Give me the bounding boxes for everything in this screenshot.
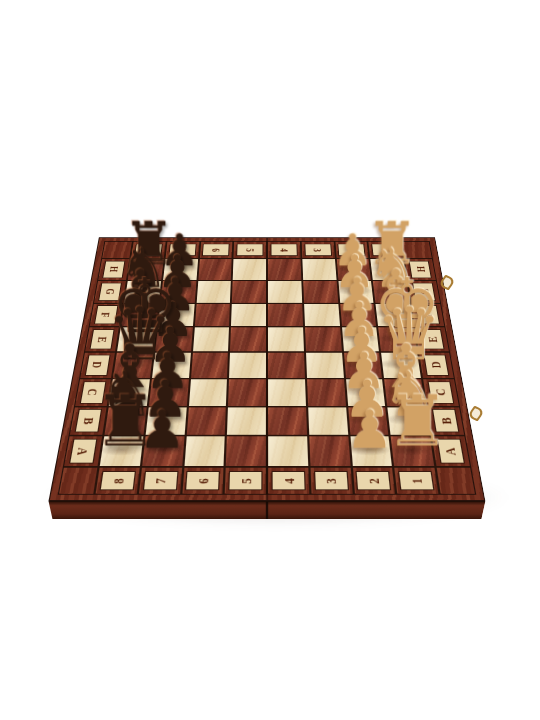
- square-g8: [124, 281, 160, 303]
- square-f4: [268, 304, 303, 327]
- piece-shadow: [142, 414, 188, 426]
- file-label: E: [425, 336, 439, 342]
- square-e4: [268, 328, 304, 352]
- square-h3: [302, 259, 336, 279]
- square-g7: [160, 281, 196, 303]
- piece-shadow: [106, 386, 151, 397]
- rank-label-back-7: 7: [165, 242, 199, 258]
- piece-shadow: [101, 414, 147, 426]
- square-g1: [373, 281, 409, 303]
- square-g3: [303, 281, 338, 303]
- square-e8: [117, 328, 155, 352]
- file-label-right-E: E: [415, 328, 449, 352]
- square-e1: [378, 328, 416, 352]
- rank-label-back-2: 2: [335, 242, 369, 258]
- piece-white-pawn-a2: ♟: [344, 402, 397, 455]
- file-label: G: [104, 289, 117, 295]
- piece-shadow: [110, 359, 154, 369]
- chess-set-photo: 87654321HHGGFFEEDDCCBBAA87654321 ♜♟♟♜♞♟♟…: [77, 162, 457, 542]
- square-h4: [268, 259, 301, 279]
- rank-label: 5: [244, 248, 256, 252]
- square-h1: [371, 259, 407, 279]
- rank-label: 8: [142, 248, 154, 252]
- rank-label: 6: [210, 248, 222, 252]
- square-f8: [121, 304, 158, 327]
- file-label: E: [95, 336, 109, 342]
- square-g4: [268, 281, 302, 303]
- file-label-left-H: H: [98, 259, 129, 279]
- piece-shadow: [97, 444, 145, 456]
- rank-label: 2: [346, 248, 358, 252]
- square-h7: [163, 259, 198, 279]
- piece-shadow: [381, 386, 426, 397]
- piece-shadow: [340, 359, 383, 369]
- rank-label-back-4: 4: [268, 242, 300, 258]
- square-f5: [231, 304, 266, 327]
- square-g2: [338, 281, 374, 303]
- file-label: F: [100, 312, 113, 317]
- file-label: F: [421, 312, 434, 317]
- rank-label: 4: [278, 248, 290, 252]
- frame-corner: [102, 242, 132, 258]
- file-label-left-E: E: [85, 328, 119, 352]
- square-f2: [340, 304, 377, 327]
- rank-label-back-3: 3: [301, 242, 334, 258]
- square-f3: [304, 304, 340, 327]
- piece-shadow: [384, 414, 430, 426]
- file-label: H: [107, 266, 120, 272]
- rank-label: 7: [176, 248, 188, 252]
- frame-corner: [402, 242, 432, 258]
- rank-label-back-1: 1: [369, 242, 403, 258]
- square-h5: [233, 259, 266, 279]
- piece-shadow: [344, 414, 390, 426]
- square-f6: [194, 304, 230, 327]
- square-e2: [342, 328, 380, 352]
- rank-label-back-8: 8: [131, 242, 165, 258]
- file-label: G: [417, 289, 430, 295]
- board-front-edge: [49, 501, 486, 519]
- square-h6: [198, 259, 232, 279]
- square-e3: [305, 328, 342, 352]
- square-g5: [232, 281, 266, 303]
- piece-shadow: [145, 386, 190, 397]
- file-label-left-F: F: [90, 304, 123, 327]
- piece-shadow: [149, 359, 193, 369]
- piece-shadow: [342, 386, 387, 397]
- rank-label-back-5: 5: [234, 242, 266, 258]
- file-label-right-G: G: [408, 281, 440, 303]
- square-g6: [196, 281, 231, 303]
- piece-shadow: [378, 359, 422, 369]
- square-h2: [336, 259, 371, 279]
- file-label-right-F: F: [412, 304, 445, 327]
- rank-label-back-6: 6: [200, 242, 233, 258]
- rank-label: 1: [379, 248, 391, 252]
- square-e7: [155, 328, 193, 352]
- piece-shadow: [387, 444, 435, 456]
- chess-board: 87654321HHGGFFEEDDCCBBAA87654321 ♜♟♟♜♞♟♟…: [49, 237, 486, 501]
- piece-shadow: [346, 444, 393, 456]
- square-h8: [128, 259, 164, 279]
- square-f7: [158, 304, 195, 327]
- piece-shadow: [138, 444, 185, 456]
- piece-black-pawn-a7: ♟: [135, 402, 188, 455]
- square-f1: [376, 304, 413, 327]
- rank-label: 3: [312, 248, 324, 252]
- square-e6: [193, 328, 230, 352]
- square-e5: [230, 328, 266, 352]
- file-label-left-G: G: [94, 281, 126, 303]
- file-label-right-H: H: [405, 259, 436, 279]
- file-label: H: [414, 266, 427, 272]
